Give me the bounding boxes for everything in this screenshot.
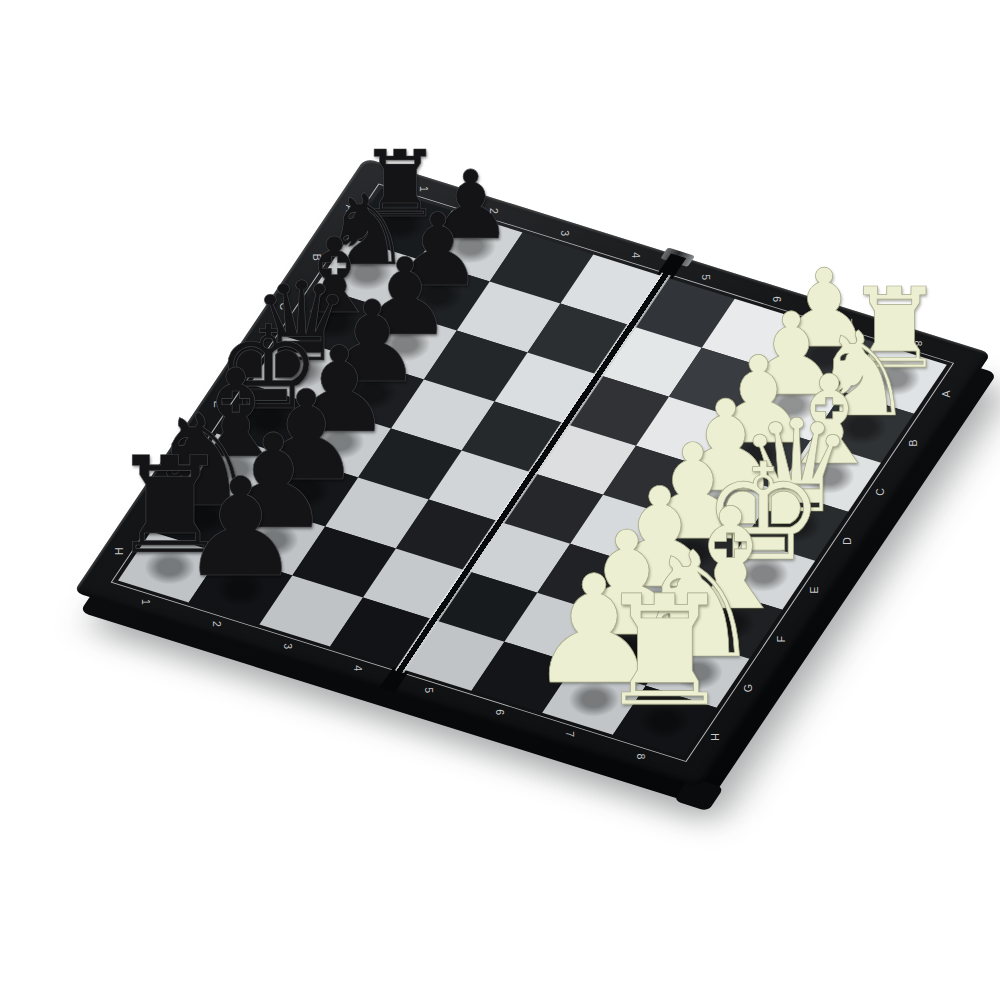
rank-label-far-4-text: 4	[630, 252, 642, 258]
rank-label-far-1-text: 1	[418, 186, 430, 192]
rank-label-far-3-text: 3	[559, 230, 571, 236]
rank-label-near-2-text: 2	[211, 621, 223, 627]
rank-label-near-6-text: 6	[494, 709, 506, 715]
rank-label-near-3-text: 3	[282, 643, 294, 649]
rank-label-near-8-text: 8	[635, 753, 647, 759]
rank-label-far-2-text: 2	[488, 208, 500, 214]
piece-white-rook-h8[interactable]: ♜	[596, 576, 733, 728]
rank-label-near-5-text: 5	[423, 687, 435, 693]
rank-label-near-7-text: 7	[564, 731, 576, 737]
piece-black-pawn-h2[interactable]: ♟	[179, 460, 301, 596]
chess-board-frame: ♜♟♟♜♞♟♟♞♝♟♟♝♛♟♟♛♚♟♟♚♝♟♟♝♞♟♟♞♜♟♟♜ 11AA22B…	[74, 158, 992, 787]
rank-label-far-5-text: 5	[700, 274, 712, 280]
board-photo-scene: ♜♟♟♜♞♟♟♞♝♟♟♝♛♟♟♛♚♟♟♚♝♟♟♝♞♟♟♞♜♟♟♜ 11AA22B…	[0, 0, 1000, 1000]
square-h8[interactable]: ♜	[613, 686, 717, 757]
rank-label-near-4-text: 4	[352, 665, 364, 671]
rank-label-near-1-text: 1	[140, 599, 152, 605]
